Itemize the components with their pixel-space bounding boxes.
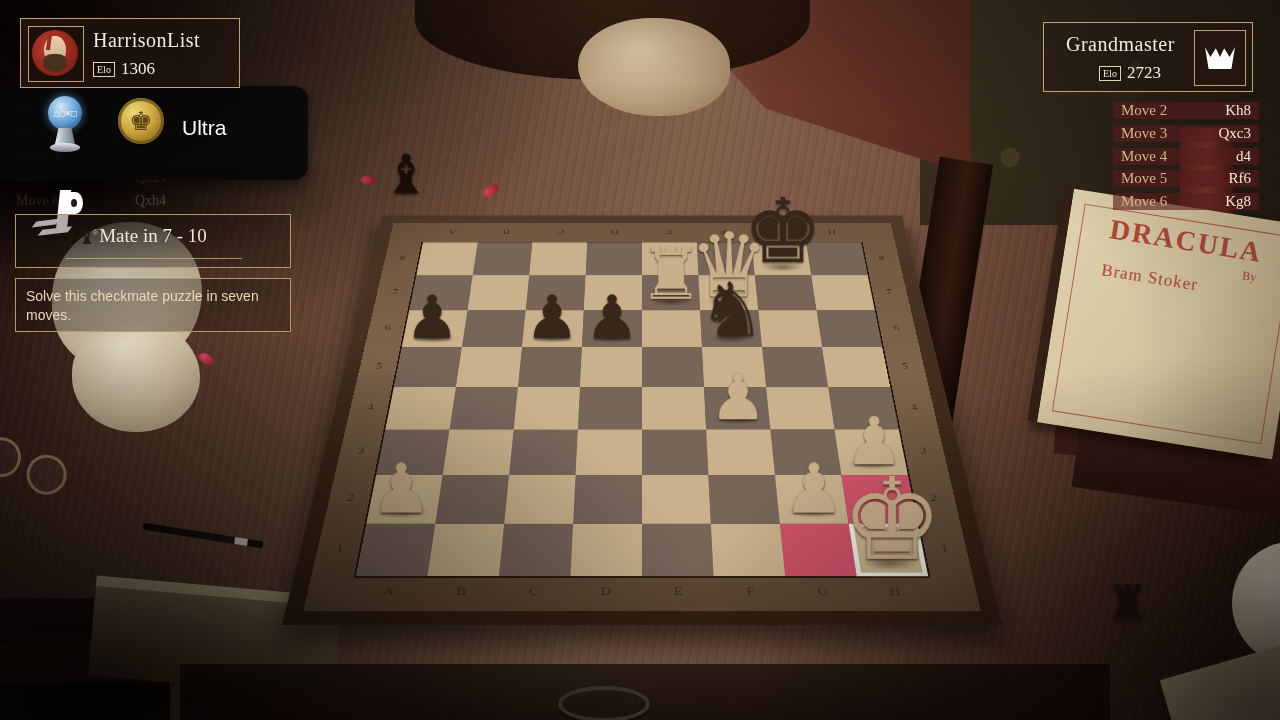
move-label: Move 3 bbox=[1121, 125, 1167, 142]
square-c8[interactable] bbox=[529, 242, 587, 275]
avatar bbox=[28, 26, 84, 82]
gold-coin-icon: ♚ bbox=[118, 98, 164, 144]
square-e1[interactable] bbox=[642, 524, 714, 577]
piece-white-rook-e7[interactable]: ♜ bbox=[639, 240, 704, 309]
square-g4[interactable] bbox=[766, 387, 834, 429]
square-b7[interactable] bbox=[467, 275, 529, 310]
paper-bottom-right bbox=[1160, 639, 1280, 720]
piece-black-pawn-d6[interactable]: ♟ bbox=[585, 288, 639, 345]
book-title: DRACULA bbox=[1066, 207, 1280, 276]
piece-white-pawn-a2[interactable]: ♟ bbox=[370, 456, 432, 521]
rose-petal bbox=[359, 174, 376, 186]
piece-white-pawn-f4[interactable]: ♟ bbox=[709, 366, 766, 427]
chessboard-scene: ♚♜♛♟♟♟♞♟♟♟♟♚ AABBCCDDEEFFGGHH88776655443… bbox=[282, 215, 1002, 625]
coordinate-label-2: 2 bbox=[340, 492, 361, 503]
coordinate-label-5: 5 bbox=[370, 362, 388, 371]
square-d1[interactable] bbox=[570, 524, 642, 577]
square-h7[interactable] bbox=[811, 275, 874, 310]
coordinate-label-1: 1 bbox=[329, 542, 351, 554]
square-a1[interactable] bbox=[356, 524, 435, 577]
move-value: Kg8 bbox=[1225, 193, 1251, 210]
square-b4[interactable] bbox=[449, 387, 517, 429]
piece-white-pawn-g2[interactable]: ♟ bbox=[783, 456, 845, 521]
piece-white-king-h1[interactable]: ♚ bbox=[841, 465, 943, 573]
pen bbox=[142, 523, 264, 549]
coordinate-label-8: 8 bbox=[873, 254, 890, 262]
square-e7[interactable]: ♜ bbox=[642, 275, 700, 310]
puzzle-description: Solve this checkmate puzzle in seven mov… bbox=[15, 278, 291, 332]
platinum-trophy-icon: △○✕□ bbox=[46, 96, 84, 168]
opponent-card: Grandmaster Elo 2723 bbox=[1043, 22, 1253, 92]
coordinate-label-H: H bbox=[824, 228, 840, 235]
book-author: Bram Stoker bbox=[1100, 260, 1280, 317]
coordinate-label-A: A bbox=[444, 228, 460, 235]
grandmaster-crown-badge bbox=[1194, 30, 1246, 86]
square-d3[interactable] bbox=[576, 430, 642, 475]
move-value: Rf6 bbox=[1229, 170, 1252, 187]
square-c1[interactable] bbox=[499, 524, 573, 577]
square-e6[interactable] bbox=[642, 310, 702, 347]
move-row-move-3: Move 3Qxc3 bbox=[1113, 125, 1259, 142]
screenshot-root: DRACULA By Bram Stoker ♜ ♝ ♚♜♛♟♟♟♞♟♟♟♟♚ … bbox=[0, 0, 1280, 720]
divider bbox=[66, 258, 242, 259]
coordinate-label-E: E bbox=[668, 585, 688, 598]
player-name: HarrisonList bbox=[93, 29, 200, 52]
square-c2[interactable] bbox=[504, 475, 575, 524]
board-outer-frame: ♚♜♛♟♟♟♞♟♟♟♟♚ AABBCCDDEEFFGGHH88776655443… bbox=[282, 215, 1002, 625]
coordinate-label-5: 5 bbox=[896, 362, 914, 371]
square-d8[interactable] bbox=[586, 242, 642, 275]
move-row-move-2: Move 2Kh8 bbox=[1113, 102, 1259, 119]
elo-badge: Elo bbox=[1099, 66, 1121, 81]
cream-ball bbox=[1232, 542, 1280, 664]
coordinate-label-4: 4 bbox=[904, 402, 923, 412]
crown-icon bbox=[1205, 47, 1235, 69]
player-card: HarrisonList Elo 1306 bbox=[20, 18, 240, 88]
square-b6[interactable] bbox=[462, 310, 526, 347]
move-value: Kh8 bbox=[1225, 102, 1251, 119]
square-c5[interactable] bbox=[518, 347, 582, 387]
puzzle-title-panel: ♝ Mate in 7 - 10 bbox=[15, 214, 291, 268]
square-a4[interactable] bbox=[385, 387, 456, 429]
dracula-book: DRACULA By Bram Stoker bbox=[1037, 189, 1280, 459]
coordinate-label-7: 7 bbox=[387, 288, 404, 296]
square-b8[interactable] bbox=[473, 242, 533, 275]
move-row-move-4: Move 4d4 bbox=[1113, 148, 1259, 165]
coordinate-label-B: B bbox=[499, 228, 515, 235]
square-g5[interactable] bbox=[762, 347, 828, 387]
square-h5[interactable] bbox=[822, 347, 890, 387]
square-a6[interactable]: ♟ bbox=[402, 310, 468, 347]
coordinate-label-B: B bbox=[451, 585, 472, 598]
coordinate-label-F: F bbox=[740, 585, 761, 598]
rose-petal bbox=[481, 183, 501, 200]
square-d4[interactable] bbox=[578, 387, 642, 429]
move-value: d4 bbox=[1236, 148, 1251, 165]
piece-black-pawn-c6[interactable]: ♟ bbox=[525, 288, 579, 345]
square-b2[interactable] bbox=[435, 475, 509, 524]
move-row-move-5: Move 5Rf6 bbox=[1113, 170, 1259, 187]
piece-black-knight-f6[interactable]: ♞ bbox=[699, 275, 766, 346]
square-g2[interactable]: ♟ bbox=[775, 475, 849, 524]
coordinate-label-8: 8 bbox=[394, 254, 411, 262]
coordinate-label-A: A bbox=[378, 585, 400, 598]
drawer-handle bbox=[558, 686, 650, 720]
square-b1[interactable] bbox=[427, 524, 504, 577]
coordinate-label-6: 6 bbox=[888, 324, 906, 333]
square-f4[interactable]: ♟ bbox=[704, 387, 770, 429]
coordinate-label-3: 3 bbox=[351, 446, 371, 456]
coordinate-label-6: 6 bbox=[378, 324, 396, 333]
porcelain-vase-base bbox=[72, 320, 200, 432]
opponent-elo: 2723 bbox=[1127, 63, 1161, 83]
coordinate-label-D: D bbox=[596, 585, 616, 598]
square-f6[interactable]: ♞ bbox=[700, 310, 762, 347]
square-f1[interactable] bbox=[711, 524, 785, 577]
move-label: Move 2 bbox=[1121, 102, 1167, 119]
square-a2[interactable]: ♟ bbox=[366, 475, 442, 524]
square-d2[interactable] bbox=[573, 475, 642, 524]
move-label: Move 6 bbox=[1121, 193, 1167, 210]
book-stack-left bbox=[0, 682, 170, 720]
coordinate-label-G: G bbox=[812, 585, 833, 598]
coordinate-label-C: C bbox=[523, 585, 544, 598]
eyeglasses bbox=[0, 416, 105, 530]
move-label: Move 4 bbox=[1121, 148, 1167, 165]
square-c4[interactable] bbox=[514, 387, 580, 429]
square-h1[interactable]: ♚ bbox=[849, 524, 928, 577]
move-value: Qxc3 bbox=[1219, 125, 1252, 142]
coordinate-label-H: H bbox=[884, 585, 906, 598]
square-f2[interactable] bbox=[708, 475, 779, 524]
square-d5[interactable] bbox=[580, 347, 642, 387]
square-e3[interactable] bbox=[642, 430, 708, 475]
square-h6[interactable] bbox=[817, 310, 883, 347]
square-e2[interactable] bbox=[642, 475, 711, 524]
table-black-piece: ♝ bbox=[382, 148, 430, 202]
puzzle-title: Mate in 7 - 10 bbox=[16, 225, 290, 247]
chessboard[interactable]: ♚♜♛♟♟♟♞♟♟♟♟♚ bbox=[356, 242, 928, 576]
coordinate-label-C: C bbox=[553, 228, 568, 235]
move-row-move-6: Move 6Kg8 bbox=[1113, 193, 1259, 210]
board-border: ♚♜♛♟♟♟♞♟♟♟♟♚ AABBCCDDEEFFGGHH88776655443… bbox=[303, 223, 980, 611]
square-a5[interactable] bbox=[394, 347, 462, 387]
cushion bbox=[578, 18, 730, 116]
square-e4[interactable] bbox=[642, 387, 706, 429]
coordinate-label-7: 7 bbox=[880, 288, 897, 296]
opponent-name: Grandmaster bbox=[1066, 33, 1175, 56]
book-by: By bbox=[1241, 268, 1257, 285]
square-d6[interactable]: ♟ bbox=[582, 310, 642, 347]
square-f3[interactable] bbox=[706, 430, 775, 475]
square-c6[interactable]: ♟ bbox=[522, 310, 584, 347]
move-label: Move 5 bbox=[1121, 170, 1167, 187]
square-c3[interactable] bbox=[509, 430, 578, 475]
coordinate-label-D: D bbox=[607, 228, 622, 235]
elo-badge: Elo bbox=[93, 62, 115, 77]
coordinate-label-4: 4 bbox=[361, 402, 380, 412]
rose-petal bbox=[197, 350, 216, 368]
piece-black-pawn-a6[interactable]: ♟ bbox=[405, 288, 459, 345]
square-b5[interactable] bbox=[456, 347, 522, 387]
square-g6[interactable] bbox=[758, 310, 822, 347]
trophy-notification: △○✕□ ♚ Ultra bbox=[0, 86, 308, 180]
square-b3[interactable] bbox=[443, 430, 514, 475]
square-a8[interactable] bbox=[416, 242, 477, 275]
player-elo: 1306 bbox=[121, 59, 155, 79]
square-e5[interactable] bbox=[642, 347, 704, 387]
captured-black-rook: ♜ bbox=[1106, 578, 1149, 626]
trophy-title: Ultra bbox=[182, 116, 226, 140]
